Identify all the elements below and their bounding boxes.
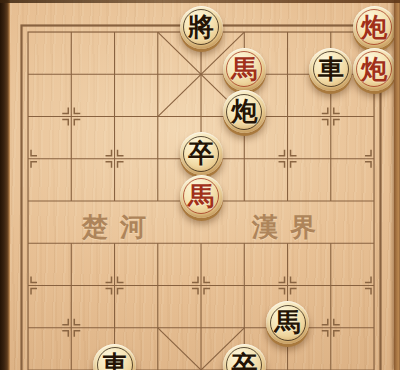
piece-black-soldier[interactable]: 卒 (180, 132, 223, 175)
piece-red-horse[interactable]: 馬 (223, 48, 266, 91)
piece-glyph: 將 (180, 6, 223, 49)
piece-glyph: 卒 (180, 132, 223, 175)
piece-glyph: 車 (309, 48, 352, 91)
piece-black-soldier[interactable]: 卒 (223, 344, 266, 370)
piece-glyph: 炮 (223, 90, 266, 133)
piece-black-chariot[interactable]: 車 (93, 344, 136, 370)
xiangqi-board[interactable]: 楚河 漢界 將炮馬車炮炮卒馬馬車卒 (0, 0, 400, 370)
piece-red-cannon[interactable]: 炮 (353, 48, 396, 91)
piece-glyph: 炮 (353, 48, 396, 91)
board-frame-right-edge (394, 0, 400, 370)
piece-red-cannon[interactable]: 炮 (353, 6, 396, 49)
piece-red-horse[interactable]: 馬 (180, 175, 223, 218)
piece-black-general[interactable]: 將 (180, 6, 223, 49)
piece-black-cannon[interactable]: 炮 (223, 90, 266, 133)
pieces-layer: 將炮馬車炮炮卒馬馬車卒 (6, 11, 395, 370)
board-frame-left-edge (0, 0, 10, 370)
piece-glyph: 炮 (353, 6, 396, 49)
piece-glyph: 卒 (223, 344, 266, 370)
board-frame-top-edge (0, 0, 400, 3)
piece-glyph: 車 (93, 344, 136, 370)
piece-glyph: 馬 (266, 301, 309, 344)
piece-black-chariot[interactable]: 車 (309, 48, 352, 91)
piece-glyph: 馬 (223, 48, 266, 91)
piece-black-horse[interactable]: 馬 (266, 301, 309, 344)
piece-glyph: 馬 (180, 175, 223, 218)
